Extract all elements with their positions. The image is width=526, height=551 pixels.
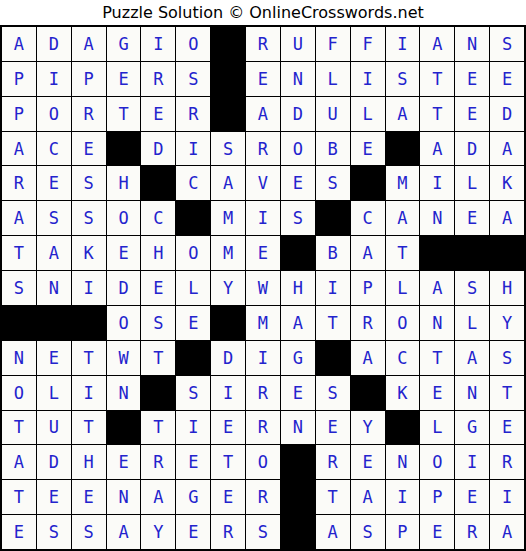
letter-cell: A — [490, 515, 524, 549]
letter-cell: I — [246, 201, 280, 235]
letter-cell: N — [281, 411, 315, 445]
letter-cell: R — [72, 97, 106, 131]
black-cell — [141, 166, 175, 200]
letter-cell: L — [351, 97, 385, 131]
letter-cell: S — [37, 515, 71, 549]
letter-cell: G — [107, 27, 141, 61]
letter-cell: B — [316, 236, 350, 270]
black-cell — [107, 411, 141, 445]
letter-cell: A — [420, 27, 454, 61]
letter-cell: P — [420, 480, 454, 514]
letter-cell: T — [420, 62, 454, 96]
letter-cell: L — [37, 376, 71, 410]
letter-cell: E — [2, 515, 36, 549]
letter-cell: U — [281, 27, 315, 61]
letter-cell: T — [490, 376, 524, 410]
letter-cell: S — [386, 62, 420, 96]
letter-cell: R — [246, 411, 280, 445]
letter-cell: H — [490, 271, 524, 305]
letter-cell: A — [351, 341, 385, 375]
letter-cell: A — [2, 132, 36, 166]
letter-cell: E — [176, 515, 210, 549]
letter-cell: S — [141, 306, 175, 340]
letter-cell: E — [107, 236, 141, 270]
letter-cell: O — [37, 97, 71, 131]
letter-cell: I — [386, 27, 420, 61]
letter-cell: E — [246, 62, 280, 96]
letter-cell: K — [72, 236, 106, 270]
letter-cell: A — [2, 27, 36, 61]
letter-cell: M — [386, 166, 420, 200]
letter-cell: Y — [211, 271, 245, 305]
letter-cell: R — [2, 166, 36, 200]
letter-cell: S — [37, 201, 71, 235]
letter-cell: E — [141, 271, 175, 305]
letter-cell: S — [72, 201, 106, 235]
black-cell — [281, 236, 315, 270]
letter-cell: A — [490, 132, 524, 166]
black-cell — [2, 306, 36, 340]
letter-cell: C — [141, 201, 175, 235]
letter-cell: I — [72, 271, 106, 305]
letter-cell: E — [455, 97, 489, 131]
letter-cell: T — [107, 97, 141, 131]
letter-cell: T — [72, 341, 106, 375]
letter-cell: S — [211, 132, 245, 166]
letter-cell: T — [141, 411, 175, 445]
letter-cell: Y — [490, 306, 524, 340]
letter-cell: R — [141, 445, 175, 479]
letter-cell: I — [176, 132, 210, 166]
black-cell — [386, 132, 420, 166]
black-cell — [176, 341, 210, 375]
black-cell — [281, 515, 315, 549]
black-cell — [281, 480, 315, 514]
letter-cell: F — [316, 27, 350, 61]
letter-cell: D — [107, 271, 141, 305]
letter-cell: U — [316, 97, 350, 131]
black-cell — [420, 236, 454, 270]
letter-cell: E — [490, 62, 524, 96]
letter-cell: E — [176, 306, 210, 340]
letter-cell: C — [37, 132, 71, 166]
letter-cell: N — [107, 480, 141, 514]
letter-cell: E — [211, 480, 245, 514]
letter-cell: N — [2, 341, 36, 375]
black-cell — [141, 376, 175, 410]
letter-cell: E — [351, 132, 385, 166]
letter-cell: S — [351, 515, 385, 549]
letter-cell: D — [211, 341, 245, 375]
letter-cell: L — [386, 271, 420, 305]
letter-cell: E — [211, 411, 245, 445]
letter-cell: A — [211, 166, 245, 200]
black-cell — [37, 306, 71, 340]
letter-cell: I — [490, 480, 524, 514]
letter-cell: A — [351, 480, 385, 514]
letter-cell: S — [176, 62, 210, 96]
letter-cell: A — [72, 27, 106, 61]
letter-cell: A — [2, 201, 36, 235]
letter-cell: E — [37, 166, 71, 200]
letter-cell: Y — [351, 411, 385, 445]
letter-cell: B — [316, 132, 350, 166]
letter-cell: N — [281, 62, 315, 96]
black-cell — [351, 166, 385, 200]
letter-cell: P — [2, 62, 36, 96]
letter-cell: I — [420, 166, 454, 200]
letter-cell: N — [107, 376, 141, 410]
letter-cell: A — [420, 271, 454, 305]
letter-cell: O — [420, 445, 454, 479]
letter-cell: R — [246, 132, 280, 166]
letter-cell: E — [455, 201, 489, 235]
letter-cell: R — [351, 306, 385, 340]
letter-cell: S — [316, 166, 350, 200]
letter-cell: E — [455, 62, 489, 96]
letter-cell: W — [107, 341, 141, 375]
letter-cell: A — [386, 201, 420, 235]
letter-cell: S — [316, 376, 350, 410]
letter-cell: E — [246, 236, 280, 270]
black-cell — [351, 376, 385, 410]
letter-cell: N — [37, 271, 71, 305]
letter-cell: R — [211, 515, 245, 549]
letter-cell: E — [107, 445, 141, 479]
letter-cell: E — [37, 341, 71, 375]
letter-cell: H — [141, 236, 175, 270]
letter-cell: H — [107, 166, 141, 200]
letter-cell: R — [176, 97, 210, 131]
letter-cell: O — [386, 306, 420, 340]
letter-cell: R — [246, 376, 280, 410]
letter-cell: S — [490, 27, 524, 61]
letter-cell: Y — [141, 515, 175, 549]
letter-cell: N — [420, 306, 454, 340]
letter-cell: E — [141, 97, 175, 131]
letter-cell: E — [107, 62, 141, 96]
letter-cell: I — [351, 62, 385, 96]
letter-cell: E — [490, 411, 524, 445]
letter-cell: S — [455, 271, 489, 305]
letter-cell: S — [2, 271, 36, 305]
letter-cell: P — [386, 515, 420, 549]
letter-cell: O — [107, 306, 141, 340]
letter-cell: R — [141, 62, 175, 96]
letter-cell: P — [72, 62, 106, 96]
letter-cell: I — [72, 376, 106, 410]
letter-cell: T — [316, 306, 350, 340]
black-cell — [316, 341, 350, 375]
letter-cell: D — [490, 97, 524, 131]
letter-cell: P — [2, 97, 36, 131]
letter-cell: S — [246, 515, 280, 549]
page-title: Puzzle Solution © OnlineCrosswords.net — [0, 0, 526, 25]
letter-cell: E — [351, 445, 385, 479]
letter-cell: T — [316, 480, 350, 514]
letter-cell: S — [176, 376, 210, 410]
letter-cell: T — [386, 236, 420, 270]
letter-cell: D — [37, 445, 71, 479]
letter-cell: N — [455, 376, 489, 410]
letter-cell: C — [386, 341, 420, 375]
letter-cell: G — [281, 341, 315, 375]
letter-cell: E — [72, 132, 106, 166]
crossword-grid: ADAGIORUFFIANSPIPERSENLISTEEPORTERADULAT… — [0, 25, 526, 551]
letter-cell: T — [141, 341, 175, 375]
letter-cell: I — [141, 27, 175, 61]
letter-cell: T — [2, 411, 36, 445]
black-cell — [176, 201, 210, 235]
letter-cell: A — [316, 515, 350, 549]
letter-cell: I — [386, 480, 420, 514]
letter-cell: E — [316, 411, 350, 445]
letter-cell: I — [37, 62, 71, 96]
letter-cell: S — [281, 201, 315, 235]
letter-cell: O — [246, 445, 280, 479]
letter-cell: I — [316, 271, 350, 305]
letter-cell: A — [2, 445, 36, 479]
letter-cell: L — [420, 411, 454, 445]
letter-cell: A — [107, 515, 141, 549]
letter-cell: N — [455, 27, 489, 61]
black-cell — [490, 236, 524, 270]
letter-cell: G — [176, 480, 210, 514]
letter-cell: D — [455, 132, 489, 166]
letter-cell: E — [72, 480, 106, 514]
letter-cell: T — [420, 341, 454, 375]
letter-cell: R — [316, 445, 350, 479]
black-cell — [72, 306, 106, 340]
letter-cell: N — [386, 445, 420, 479]
puzzle-solution-page: Puzzle Solution © OnlineCrosswords.net A… — [0, 0, 526, 551]
letter-cell: K — [386, 376, 420, 410]
letter-cell: I — [455, 445, 489, 479]
letter-cell: A — [420, 132, 454, 166]
black-cell — [316, 201, 350, 235]
letter-cell: A — [281, 306, 315, 340]
letter-cell: I — [246, 341, 280, 375]
letter-cell: G — [455, 411, 489, 445]
letter-cell: R — [246, 480, 280, 514]
letter-cell: O — [107, 201, 141, 235]
letter-cell: L — [176, 271, 210, 305]
letter-cell: L — [455, 306, 489, 340]
letter-cell: A — [37, 236, 71, 270]
letter-cell: L — [455, 166, 489, 200]
letter-cell: S — [72, 515, 106, 549]
letter-cell: M — [211, 201, 245, 235]
black-cell — [386, 411, 420, 445]
black-cell — [211, 27, 245, 61]
letter-cell: M — [246, 306, 280, 340]
letter-cell: D — [37, 27, 71, 61]
letter-cell: E — [176, 445, 210, 479]
letter-cell: A — [386, 97, 420, 131]
black-cell — [211, 306, 245, 340]
letter-cell: L — [316, 62, 350, 96]
letter-cell: C — [351, 201, 385, 235]
letter-cell: E — [37, 480, 71, 514]
letter-cell: O — [281, 132, 315, 166]
letter-cell: E — [281, 376, 315, 410]
black-cell — [211, 97, 245, 131]
letter-cell: F — [351, 27, 385, 61]
black-cell — [455, 236, 489, 270]
letter-cell: M — [211, 236, 245, 270]
letter-cell: E — [420, 515, 454, 549]
letter-cell: T — [2, 480, 36, 514]
letter-cell: A — [141, 480, 175, 514]
black-cell — [107, 132, 141, 166]
letter-cell: T — [2, 236, 36, 270]
letter-cell: T — [211, 445, 245, 479]
letter-cell: O — [176, 236, 210, 270]
letter-cell: T — [72, 411, 106, 445]
letter-cell: H — [281, 271, 315, 305]
black-cell — [281, 445, 315, 479]
letter-cell: N — [420, 201, 454, 235]
letter-cell: W — [246, 271, 280, 305]
letter-cell: A — [351, 236, 385, 270]
letter-cell: A — [455, 341, 489, 375]
letter-cell: T — [420, 97, 454, 131]
letter-cell: V — [246, 166, 280, 200]
letter-cell: E — [455, 480, 489, 514]
letter-cell: K — [490, 166, 524, 200]
letter-cell: D — [281, 97, 315, 131]
letter-cell: A — [490, 201, 524, 235]
letter-cell: S — [490, 341, 524, 375]
letter-cell: R — [246, 27, 280, 61]
letter-cell: R — [490, 445, 524, 479]
letter-cell: I — [176, 411, 210, 445]
letter-cell: C — [176, 166, 210, 200]
letter-cell: A — [246, 97, 280, 131]
letter-cell: E — [420, 376, 454, 410]
letter-cell: E — [281, 166, 315, 200]
letter-cell: P — [351, 271, 385, 305]
letter-cell: H — [72, 445, 106, 479]
letter-cell: D — [141, 132, 175, 166]
letter-cell: O — [176, 27, 210, 61]
letter-cell: R — [455, 515, 489, 549]
letter-cell: I — [211, 376, 245, 410]
letter-cell: S — [72, 166, 106, 200]
letter-cell: O — [2, 376, 36, 410]
black-cell — [211, 62, 245, 96]
letter-cell: U — [37, 411, 71, 445]
